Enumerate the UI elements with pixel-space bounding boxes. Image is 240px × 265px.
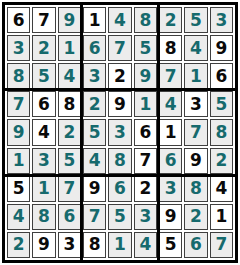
cell-r2c2[interactable]: 2 <box>32 35 55 61</box>
box-divider-horizontal-1 <box>5 88 235 91</box>
cell-r6c7[interactable]: 6 <box>159 148 182 174</box>
cell-r1c2[interactable]: 7 <box>32 7 55 33</box>
cell-r1c1[interactable]: 6 <box>7 7 30 33</box>
cell-r6c1[interactable]: 1 <box>7 148 30 174</box>
cell-r8c7[interactable]: 9 <box>159 204 182 230</box>
cell-r7c2[interactable]: 1 <box>32 176 55 202</box>
cell-r7c4[interactable]: 9 <box>83 176 106 202</box>
cell-r7c9[interactable]: 4 <box>210 176 233 202</box>
cell-r1c8[interactable]: 5 <box>184 7 207 33</box>
cell-r1c5[interactable]: 4 <box>108 7 131 33</box>
cell-r4c1[interactable]: 7 <box>7 91 30 117</box>
cell-r2c5[interactable]: 7 <box>108 35 131 61</box>
cell-r3c2[interactable]: 5 <box>32 63 55 89</box>
cell-r2c1[interactable]: 3 <box>7 35 30 61</box>
cell-r6c9[interactable]: 2 <box>210 148 233 174</box>
cell-r9c8[interactable]: 6 <box>184 232 207 258</box>
cell-r3c9[interactable]: 6 <box>210 63 233 89</box>
cell-r9c6[interactable]: 4 <box>134 232 157 258</box>
cell-r4c4[interactable]: 2 <box>83 91 106 117</box>
box-divider-horizontal-2 <box>5 174 235 177</box>
cell-r5c9[interactable]: 8 <box>210 119 233 145</box>
cell-r1c7[interactable]: 2 <box>159 7 182 33</box>
cell-r5c5[interactable]: 3 <box>108 119 131 145</box>
cell-r8c1[interactable]: 4 <box>7 204 30 230</box>
cell-r9c1[interactable]: 2 <box>7 232 30 258</box>
cell-r4c7[interactable]: 4 <box>159 91 182 117</box>
cell-r7c6[interactable]: 2 <box>134 176 157 202</box>
cell-r8c6[interactable]: 3 <box>134 204 157 230</box>
cell-r5c1[interactable]: 9 <box>7 119 30 145</box>
cell-r9c4[interactable]: 8 <box>83 232 106 258</box>
cell-r8c5[interactable]: 5 <box>108 204 131 230</box>
cell-r3c6[interactable]: 9 <box>134 63 157 89</box>
cell-r8c9[interactable]: 1 <box>210 204 233 230</box>
cell-r5c2[interactable]: 4 <box>32 119 55 145</box>
cell-r7c3[interactable]: 7 <box>58 176 81 202</box>
cell-r3c4[interactable]: 3 <box>83 63 106 89</box>
cell-r2c3[interactable]: 1 <box>58 35 81 61</box>
cell-r1c4[interactable]: 1 <box>83 7 106 33</box>
cell-r5c6[interactable]: 6 <box>134 119 157 145</box>
sudoku-board: 6791482533216758498543297167682914359425… <box>2 2 238 263</box>
cell-r2c4[interactable]: 6 <box>83 35 106 61</box>
cell-r3c5[interactable]: 2 <box>108 63 131 89</box>
cell-r9c9[interactable]: 7 <box>210 232 233 258</box>
cell-r4c3[interactable]: 8 <box>58 91 81 117</box>
cell-r6c4[interactable]: 4 <box>83 148 106 174</box>
cell-r6c2[interactable]: 3 <box>32 148 55 174</box>
cell-r4c6[interactable]: 1 <box>134 91 157 117</box>
cell-r2c6[interactable]: 5 <box>134 35 157 61</box>
cell-r3c3[interactable]: 4 <box>58 63 81 89</box>
cell-r4c9[interactable]: 5 <box>210 91 233 117</box>
cell-r2c7[interactable]: 8 <box>159 35 182 61</box>
cell-r5c8[interactable]: 7 <box>184 119 207 145</box>
cell-r4c8[interactable]: 3 <box>184 91 207 117</box>
cell-r9c2[interactable]: 9 <box>32 232 55 258</box>
cell-r6c8[interactable]: 9 <box>184 148 207 174</box>
cell-r2c9[interactable]: 9 <box>210 35 233 61</box>
cell-r8c3[interactable]: 6 <box>58 204 81 230</box>
cell-r4c2[interactable]: 6 <box>32 91 55 117</box>
cell-r3c7[interactable]: 7 <box>159 63 182 89</box>
cell-r9c3[interactable]: 3 <box>58 232 81 258</box>
cell-r8c2[interactable]: 8 <box>32 204 55 230</box>
cell-r6c3[interactable]: 5 <box>58 148 81 174</box>
sudoku-grid: 6791482533216758498543297167682914359425… <box>5 5 235 260</box>
cell-r4c5[interactable]: 9 <box>108 91 131 117</box>
cell-r5c7[interactable]: 1 <box>159 119 182 145</box>
cell-r2c8[interactable]: 4 <box>184 35 207 61</box>
cell-r3c1[interactable]: 8 <box>7 63 30 89</box>
cell-r9c5[interactable]: 1 <box>108 232 131 258</box>
cell-r3c8[interactable]: 1 <box>184 63 207 89</box>
cell-r1c6[interactable]: 8 <box>134 7 157 33</box>
cell-r8c4[interactable]: 7 <box>83 204 106 230</box>
cell-r6c5[interactable]: 8 <box>108 148 131 174</box>
cell-r1c9[interactable]: 3 <box>210 7 233 33</box>
cell-r7c5[interactable]: 6 <box>108 176 131 202</box>
cell-r5c3[interactable]: 2 <box>58 119 81 145</box>
cell-r8c8[interactable]: 2 <box>184 204 207 230</box>
cell-r7c8[interactable]: 8 <box>184 176 207 202</box>
cell-r6c6[interactable]: 7 <box>134 148 157 174</box>
box-divider-vertical-1 <box>80 5 83 260</box>
cell-r5c4[interactable]: 5 <box>83 119 106 145</box>
cell-r1c3[interactable]: 9 <box>58 7 81 33</box>
cell-r7c1[interactable]: 5 <box>7 176 30 202</box>
cell-r7c7[interactable]: 3 <box>159 176 182 202</box>
cell-r9c7[interactable]: 5 <box>159 232 182 258</box>
box-divider-vertical-2 <box>157 5 160 260</box>
